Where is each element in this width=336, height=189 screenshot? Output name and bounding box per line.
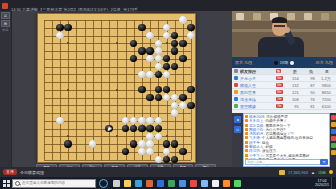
gift-icon[interactable] bbox=[331, 136, 336, 141]
taskbar-app-icon[interactable] bbox=[223, 180, 230, 187]
gift-icon[interactable] bbox=[331, 143, 336, 148]
black-stone bbox=[130, 125, 137, 132]
stat-cell: 95 bbox=[285, 104, 299, 109]
white-stone bbox=[155, 40, 162, 47]
white-stone bbox=[89, 140, 96, 147]
go-board[interactable] bbox=[37, 13, 196, 163]
black-stone bbox=[130, 40, 137, 47]
gift-icon[interactable] bbox=[331, 115, 336, 120]
level-badge: 7段 bbox=[276, 97, 283, 101]
white-stone bbox=[138, 140, 145, 147]
black-stone bbox=[171, 156, 178, 163]
star-point bbox=[67, 135, 69, 137]
white-stone bbox=[155, 55, 162, 62]
vs-indicator: 19路 bbox=[274, 60, 294, 65]
black-stone bbox=[171, 63, 178, 70]
rank-level-icon bbox=[234, 90, 238, 94]
user-level-icon bbox=[245, 141, 248, 144]
glasses-icon bbox=[274, 25, 285, 27]
white-stone bbox=[163, 71, 170, 78]
rank-level-icon bbox=[234, 104, 238, 108]
player-name-cell: 黑白世界 bbox=[240, 90, 274, 95]
player-name-cell: 棋道人生 bbox=[240, 83, 274, 88]
star-point bbox=[166, 42, 168, 44]
taskbar-app-icon[interactable] bbox=[179, 180, 186, 187]
taskbar-app-icons bbox=[113, 180, 313, 187]
col-losses: 负 bbox=[299, 69, 313, 74]
grid-view-toggle-icon[interactable]: ⊞ bbox=[1, 20, 10, 27]
cortana-icon[interactable] bbox=[99, 179, 108, 188]
stat-cell: 76 bbox=[301, 97, 315, 102]
user-level-icon bbox=[245, 132, 248, 135]
black-stone bbox=[138, 86, 145, 93]
col-beans: 豆 bbox=[315, 69, 329, 74]
black-stone bbox=[179, 148, 186, 155]
white-stone bbox=[122, 117, 129, 124]
table-row[interactable]: 黑白世界8段121908650 bbox=[232, 89, 336, 96]
taskbar-app-icon[interactable] bbox=[157, 180, 164, 187]
taskbar-app-icon[interactable] bbox=[146, 180, 153, 187]
user-level-icon bbox=[245, 119, 248, 122]
board-view-toggle-icon[interactable]: ≣ bbox=[1, 12, 10, 19]
black-stone bbox=[171, 32, 178, 39]
black-stone bbox=[179, 94, 186, 101]
white-stone bbox=[56, 32, 63, 39]
grid-line-h bbox=[44, 105, 192, 106]
black-stone bbox=[155, 86, 162, 93]
player-name-cell: 流水无情 bbox=[240, 97, 274, 102]
white-stone bbox=[179, 16, 186, 23]
white-stone bbox=[163, 148, 170, 155]
chat-input[interactable]: 说点什么吧… bbox=[245, 159, 321, 165]
white-stone bbox=[163, 94, 170, 101]
user-level-icon bbox=[245, 136, 248, 139]
windows-taskbar: 在这里输入你要搜索的内容 17:042020/2/1 bbox=[0, 177, 336, 189]
star-point bbox=[166, 135, 168, 137]
white-stone bbox=[138, 117, 145, 124]
left-sidebar: ≣ ⊞ 棋盘 bbox=[0, 11, 12, 167]
black-stone bbox=[187, 24, 194, 31]
white-stone bbox=[146, 55, 153, 62]
black-stone bbox=[64, 140, 71, 147]
gift-icon[interactable] bbox=[331, 129, 336, 134]
user-level-icon bbox=[245, 115, 248, 118]
rank-level-icon bbox=[234, 97, 238, 101]
trophy-item bbox=[253, 13, 261, 20]
taskbar-app-icon[interactable] bbox=[212, 180, 219, 187]
trophy-item bbox=[321, 13, 329, 20]
table-row[interactable]: 棋道人生8段132879800 bbox=[232, 82, 336, 89]
black-stone bbox=[163, 55, 170, 62]
star-point bbox=[116, 89, 118, 91]
players-bar: 黑方·九段 19路 白方·九段 bbox=[232, 57, 336, 68]
white-stone bbox=[179, 102, 186, 109]
taskbar-app-icon[interactable] bbox=[113, 180, 120, 187]
grid-line-h bbox=[44, 82, 192, 83]
stat-cell: 154 bbox=[285, 76, 299, 81]
rank-level-icon bbox=[234, 83, 238, 87]
white-stone bbox=[163, 32, 170, 39]
chat-gutter: ◂ ☺ bbox=[232, 113, 243, 167]
black-stone bbox=[163, 140, 170, 147]
white-stone bbox=[130, 117, 137, 124]
chat-panel: 棋迷2008: 这步棋很严厉天天向上: 白棋中央厚了老张讲棋: 黑要先手补一下围… bbox=[243, 113, 330, 167]
black-stone bbox=[56, 24, 63, 31]
black-stone bbox=[163, 156, 170, 163]
user-level-icon bbox=[245, 128, 248, 131]
folder-icon[interactable] bbox=[279, 170, 285, 175]
white-stone bbox=[155, 63, 162, 70]
grid-line-h bbox=[44, 121, 192, 122]
commentator-video[interactable] bbox=[232, 11, 336, 57]
star-point bbox=[67, 42, 69, 44]
app-bottom-strip: 直播 今日棋赛战报 17,365,963 ▲ 流畅 bbox=[0, 167, 336, 177]
grid-line-h bbox=[44, 51, 192, 52]
stat-cell: 132 bbox=[285, 83, 299, 88]
emoticon-icon[interactable]: ☺ bbox=[234, 126, 241, 133]
white-stone bbox=[171, 94, 178, 101]
black-stone bbox=[163, 86, 170, 93]
white-stone bbox=[146, 148, 153, 155]
send-button[interactable]: 发 bbox=[320, 159, 328, 165]
stat-cell: 1.2万 bbox=[317, 76, 331, 81]
player-name-cell: 星空棋缘 bbox=[240, 104, 274, 109]
commentator-hand bbox=[284, 27, 290, 33]
black-stone bbox=[138, 125, 145, 132]
black-stone bbox=[155, 94, 162, 101]
chat-text: 个人感觉黑盘面领先,但白有贴目 bbox=[262, 136, 313, 140]
stat-cell: 81 bbox=[301, 104, 315, 109]
taskbar-app-icon[interactable] bbox=[190, 180, 197, 187]
sidebar-label: 棋盘 bbox=[0, 28, 11, 32]
black-stone bbox=[130, 55, 137, 62]
col-wins: 胜 bbox=[283, 69, 297, 74]
grid-line-h bbox=[44, 129, 192, 130]
white-stone bbox=[146, 133, 153, 140]
commentator-hair bbox=[272, 17, 287, 23]
search-placeholder: 在这里输入你要搜索的内容 bbox=[22, 181, 65, 185]
gift-strip bbox=[330, 113, 336, 167]
white-stone bbox=[146, 140, 153, 147]
board-panel: 开局上一下一终局试下形势数子研究 bbox=[12, 11, 232, 167]
taskbar-app-icon[interactable] bbox=[124, 180, 131, 187]
stat-cell: 87 bbox=[301, 83, 315, 88]
white-stone bbox=[187, 32, 194, 39]
trophy-item bbox=[236, 13, 244, 20]
white-stone bbox=[163, 24, 170, 31]
trophy-item bbox=[304, 13, 312, 20]
white-stone bbox=[155, 117, 162, 124]
white-stone bbox=[171, 109, 178, 116]
taskbar-app-icon[interactable] bbox=[135, 180, 142, 187]
network-speed-label: 流畅 bbox=[318, 170, 326, 175]
star-point bbox=[67, 89, 69, 91]
white-stone bbox=[146, 71, 153, 78]
board-size-label: 19路 bbox=[280, 60, 288, 65]
black-stone bbox=[187, 86, 194, 93]
collapse-panel-icon[interactable]: ◂ bbox=[234, 116, 241, 123]
rank-table: 棋友排行 热 胜 负 豆 天元小子9段154981.2万棋道人生8段132879… bbox=[232, 68, 336, 113]
bean-count: 17,365,963 bbox=[288, 170, 308, 175]
white-stone bbox=[155, 133, 162, 140]
black-stone bbox=[146, 125, 153, 132]
gift-icon[interactable] bbox=[331, 122, 336, 127]
grid-line-h bbox=[44, 20, 192, 21]
grid-line-h bbox=[44, 113, 192, 114]
hot-badge: 热 bbox=[276, 69, 281, 73]
white-player-name: 白方·九段 bbox=[316, 60, 333, 65]
rank-table-header: 棋友排行 热 胜 负 豆 bbox=[232, 68, 336, 75]
stat-cell: 7200 bbox=[317, 97, 331, 102]
taskbar-app-icon[interactable] bbox=[234, 180, 241, 187]
black-stone bbox=[64, 24, 71, 31]
table-row[interactable]: 天元小子9段154981.2万 bbox=[232, 75, 336, 82]
black-stone bbox=[130, 140, 137, 147]
search-icon bbox=[15, 181, 20, 186]
user-level-icon bbox=[245, 149, 248, 152]
gift-icon[interactable] bbox=[331, 150, 336, 155]
title-bar: 14:30 大盘讲解【三星杯决赛·第2局】(黑先贴3又3/4子)· 2倍速 ·第… bbox=[0, 0, 336, 11]
player-name-cell: 天元小子 bbox=[240, 76, 274, 81]
white-stone bbox=[155, 47, 162, 54]
black-stone bbox=[163, 63, 170, 70]
black-stone bbox=[179, 40, 186, 47]
level-badge: 8段 bbox=[276, 90, 283, 94]
white-stone bbox=[171, 102, 178, 109]
black-stone bbox=[146, 94, 153, 101]
stat-cell: 8650 bbox=[317, 90, 331, 95]
black-stone bbox=[179, 55, 186, 62]
show-desktop-button[interactable] bbox=[331, 177, 334, 189]
black-stone bbox=[122, 125, 129, 132]
black-stone bbox=[187, 102, 194, 109]
commentator-body bbox=[258, 37, 304, 57]
black-stone bbox=[171, 40, 178, 47]
white-stone bbox=[138, 71, 145, 78]
white-stone bbox=[155, 156, 162, 163]
stat-cell: 108 bbox=[285, 97, 299, 102]
black-stone-icon bbox=[274, 61, 278, 65]
black-stone bbox=[122, 148, 129, 155]
taskbar-app-icon[interactable] bbox=[201, 180, 208, 187]
white-stone bbox=[146, 32, 153, 39]
black-stone bbox=[146, 47, 153, 54]
taskbar-clock[interactable]: 17:042020/2/1 bbox=[315, 179, 329, 187]
stat-cell: 90 bbox=[301, 90, 315, 95]
rank-icon bbox=[234, 69, 238, 73]
stat-cell: 6100 bbox=[317, 104, 331, 109]
white-stone bbox=[146, 117, 153, 124]
black-stone bbox=[138, 24, 145, 31]
black-stone bbox=[171, 47, 178, 54]
table-row[interactable]: 星空棋缘7段95816100 bbox=[232, 103, 336, 110]
white-stone bbox=[56, 117, 63, 124]
level-badge: 7段 bbox=[276, 104, 283, 108]
system-tray: 17:042020/2/1 bbox=[313, 177, 334, 189]
signal-icon: ▲ bbox=[311, 170, 315, 175]
black-stone bbox=[138, 47, 145, 54]
black-player-name: 黑方·九段 bbox=[235, 60, 252, 65]
start-button[interactable] bbox=[0, 177, 12, 189]
rank-header-name: 棋友排行 bbox=[240, 69, 274, 74]
white-stone bbox=[138, 148, 145, 155]
table-row[interactable]: 流水无情7段108767200 bbox=[232, 96, 336, 103]
black-stone bbox=[155, 71, 162, 78]
level-badge: 9段 bbox=[276, 76, 283, 80]
white-stone-icon bbox=[290, 61, 294, 65]
black-stone bbox=[171, 140, 178, 147]
black-stone bbox=[155, 125, 162, 132]
rank-level-icon bbox=[234, 76, 238, 80]
stat-cell: 9800 bbox=[317, 83, 331, 88]
stat-cell: 121 bbox=[285, 90, 299, 95]
user-level-icon bbox=[245, 154, 248, 157]
level-badge: 8段 bbox=[276, 83, 283, 87]
coin-icon bbox=[329, 170, 333, 174]
trophy-item bbox=[287, 13, 295, 20]
app-logo-icon bbox=[2, 3, 8, 9]
user-level-icon bbox=[245, 145, 248, 148]
stat-cell: 98 bbox=[301, 76, 315, 81]
user-level-icon bbox=[245, 124, 248, 127]
live-badge[interactable]: 直播 bbox=[3, 169, 17, 175]
taskbar-app-icon[interactable] bbox=[168, 180, 175, 187]
strip-news-text: 今日棋赛战报 bbox=[20, 170, 276, 175]
taskbar-search[interactable]: 在这里输入你要搜索的内容 bbox=[12, 179, 96, 188]
